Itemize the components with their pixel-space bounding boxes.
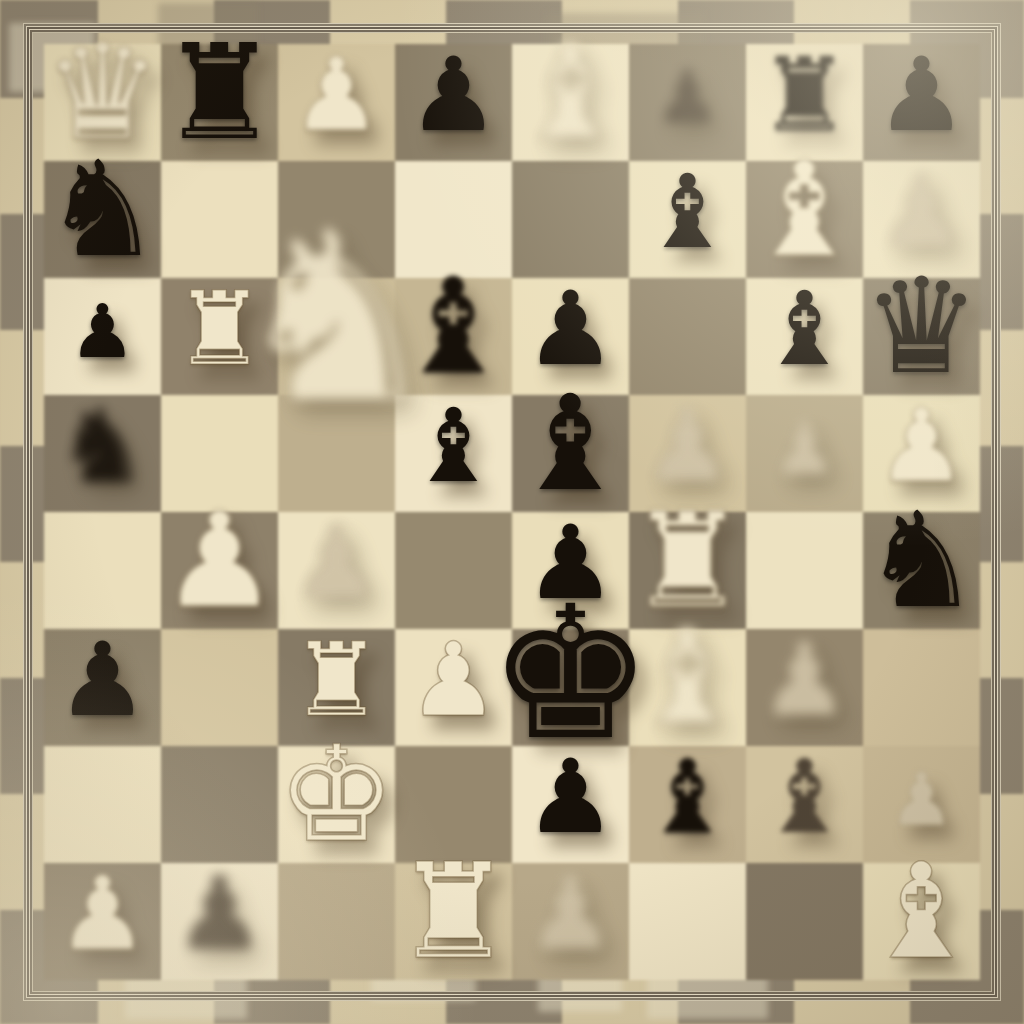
piece-cell-b8: ♜: [161, 44, 278, 161]
white-pawn-h2: ♟: [888, 762, 954, 836]
piece-cell-b4: ♟: [161, 512, 278, 629]
piece-cell-h6: ♛: [863, 278, 980, 395]
piece-cell-d5: ♝: [395, 395, 512, 512]
piece-cell-d6: ♝: [395, 278, 512, 395]
white-pawn-b4: ♟: [160, 494, 278, 626]
black-pawn-a3: ♟: [57, 628, 148, 730]
white-bishop-g7: ♝: [745, 143, 863, 275]
white-pawn-f5: ♟: [642, 394, 733, 496]
white-pawn-e1: ♟: [525, 862, 616, 964]
black-pawn-d8: ♟: [408, 43, 499, 145]
black-bishop-d5: ♝: [408, 394, 499, 496]
piece-cell-g3: ♟: [746, 629, 863, 746]
white-pawn-g5: ♟: [771, 411, 837, 485]
black-knight-a7: ♞: [43, 143, 161, 275]
black-pawn-a6: ♟: [69, 294, 135, 368]
black-rook-g8: ♜: [759, 43, 850, 145]
white-bishop-f3: ♝: [628, 611, 746, 743]
piece-cell-g7: ♝: [746, 161, 863, 278]
black-bishop-d6: ♝: [394, 260, 512, 392]
piece-cell-b1: ♟: [161, 863, 278, 980]
piece-cell-h8: ♟: [863, 44, 980, 161]
piece-cell-c8: ♟: [278, 44, 395, 161]
black-pawn-b1: ♟: [174, 862, 265, 964]
black-pawn-f8: ♟: [654, 60, 720, 134]
black-bishop-g6: ♝: [759, 277, 850, 379]
white-bishop-h1: ♝: [862, 845, 980, 977]
black-knight-a5: ♞: [57, 394, 148, 496]
piece-cell-h4: ♞: [863, 512, 980, 629]
chess-artwork-scene: ♛♜♟♟♝♟♜♟♞♝♝♟♟♜♞♝♟♝♛♞♝♝♟♟♟♟♟♟♜♞♟♜♟♚♝♟♚♟♝♝…: [0, 0, 1024, 1024]
white-pawn-a1: ♟: [57, 862, 148, 964]
white-pawn-d3: ♟: [408, 628, 499, 730]
piece-cell-f8: ♟: [629, 44, 746, 161]
piece-cell-d8: ♟: [395, 44, 512, 161]
piece-layer: ♛♜♟♟♝♟♜♟♞♝♝♟♟♜♞♝♟♝♛♞♝♝♟♟♟♟♟♟♜♞♟♜♟♚♝♟♚♟♝♝…: [44, 44, 980, 980]
piece-cell-c6: ♞: [278, 278, 395, 395]
piece-cell-f2: ♝: [629, 746, 746, 863]
piece-cell-e1: ♟: [512, 863, 629, 980]
piece-cell-a5: ♞: [44, 395, 161, 512]
white-pawn-c8: ♟: [291, 43, 382, 145]
white-king-c2: ♚: [277, 728, 395, 860]
piece-cell-f7: ♝: [629, 161, 746, 278]
black-pawn-e6: ♟: [525, 277, 616, 379]
piece-cell-f3: ♝: [629, 629, 746, 746]
black-pawn-e2: ♟: [525, 745, 616, 847]
piece-cell-a1: ♟: [44, 863, 161, 980]
piece-cell-e3: ♚: [512, 629, 629, 746]
piece-cell-a7: ♞: [44, 161, 161, 278]
white-rook-d1: ♜: [394, 845, 512, 977]
black-pawn-h8: ♟: [876, 43, 967, 145]
white-pawn-c4: ♟: [291, 511, 382, 613]
white-pawn-g3: ♟: [759, 628, 850, 730]
black-rook-b8: ♜: [160, 26, 278, 158]
piece-cell-e8: ♝: [512, 44, 629, 161]
white-bishop-e8: ♝: [511, 26, 629, 158]
black-queen-h6: ♛: [862, 260, 980, 392]
white-rook-c3: ♜: [291, 628, 382, 730]
black-bishop-e5: ♝: [511, 377, 629, 509]
piece-cell-e5: ♝: [512, 395, 629, 512]
piece-cell-g2: ♝: [746, 746, 863, 863]
piece-cell-a3: ♟: [44, 629, 161, 746]
piece-cell-g5: ♟: [746, 395, 863, 512]
piece-cell-h1: ♝: [863, 863, 980, 980]
piece-cell-c2: ♚: [278, 746, 395, 863]
white-pawn-h5: ♟: [876, 394, 967, 496]
white-pawn-h7: ♟: [876, 160, 967, 262]
black-bishop-f2: ♝: [642, 745, 733, 847]
black-bishop-g2: ♝: [759, 745, 850, 847]
black-knight-h4: ♞: [862, 494, 980, 626]
black-bishop-f7: ♝: [642, 160, 733, 262]
piece-cell-c4: ♟: [278, 512, 395, 629]
piece-cell-e2: ♟: [512, 746, 629, 863]
piece-cell-a6: ♟: [44, 278, 161, 395]
piece-cell-g6: ♝: [746, 278, 863, 395]
piece-cell-d1: ♜: [395, 863, 512, 980]
